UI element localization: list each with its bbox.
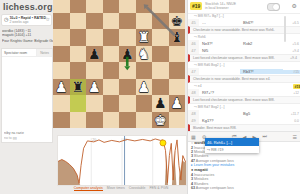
chat-notes-tab[interactable]: Notes [36, 49, 52, 56]
analysis-comment: Lost forced checkmate sequence. Best mov… [188, 54, 300, 62]
black-king-h7[interactable]: ♚ [169, 13, 186, 30]
square-a1[interactable] [53, 112, 70, 129]
tooltip-move: 46. Rxh6+ [...] [205, 138, 259, 146]
analysis-comment: Blunder. Best move was Rf8. [188, 124, 300, 131]
black-move[interactable]: Rxb2 [240, 41, 283, 46]
square-b4[interactable] [70, 62, 87, 79]
move-number: 49 [188, 117, 199, 124]
square-b6[interactable] [70, 29, 87, 46]
black-move[interactable]: Bg5 [240, 111, 283, 116]
square-b1[interactable] [70, 112, 87, 129]
square-d6[interactable] [103, 29, 120, 46]
square-c6[interactable] [86, 29, 103, 46]
players-block: wordko (1483) −11 magatti (1404) +11 Fou… [2, 29, 53, 43]
square-f5[interactable]: ♞ [136, 46, 153, 63]
move-number: 48 [188, 110, 199, 117]
move-row: 48Rf7+!?+12 [188, 89, 300, 96]
square-a7[interactable] [53, 13, 70, 30]
tooltip-eval: ↪ Rf8 #19 [205, 146, 259, 153]
move-row: 47Nf5+9.4 [188, 47, 300, 54]
black-stat: 63 Average centipawn loss [191, 186, 298, 190]
analysis-comment: Lost forced checkmate sequence. Best mov… [188, 96, 300, 104]
square-e7[interactable] [119, 13, 136, 30]
square-f7[interactable] [136, 13, 153, 30]
engine-eval-badge: #19 [190, 2, 202, 10]
eval-chip: +9.4 [290, 56, 297, 60]
square-h7[interactable]: ♚ [169, 13, 186, 30]
square-e3[interactable] [119, 79, 136, 96]
square-a3[interactable]: ♟ [53, 79, 70, 96]
square-b3[interactable]: ♜ [70, 79, 87, 96]
move-eval: #15 [283, 70, 300, 74]
square-f8[interactable] [136, 0, 153, 13]
move-number: 47 [188, 68, 199, 75]
square-g2[interactable]: ♟ [152, 95, 169, 112]
square-d4[interactable] [103, 62, 120, 79]
black-move[interactable]: Rb3?! [240, 69, 283, 74]
chat-messages: niby na razie no to gg [4, 131, 50, 140]
square-g8[interactable] [152, 0, 169, 13]
square-d3[interactable] [103, 79, 120, 96]
square-g6[interactable] [152, 29, 169, 46]
board-menu-icon[interactable]: ▦ [191, 134, 196, 140]
square-f3[interactable]: ♟ [136, 79, 153, 96]
white-rook-f6[interactable]: ♜ [136, 29, 153, 46]
move-number: 47 [188, 47, 199, 54]
black-pawn-c5[interactable]: ♟ [86, 46, 103, 63]
move-eval: +11.7 [283, 112, 300, 116]
white-knight-f5[interactable]: ♞ [136, 46, 153, 63]
white-pawn-c3[interactable]: ♟ [86, 79, 103, 96]
square-h3[interactable] [169, 79, 186, 96]
clock-icon: ◷ [4, 16, 8, 22]
black-pawn-e5[interactable]: ♟ [119, 46, 136, 63]
square-h5[interactable] [169, 46, 186, 63]
square-g7[interactable] [152, 13, 169, 30]
chat-room-tab[interactable]: Spectator room [2, 49, 36, 56]
advantage-graph[interactable]: 2040 [57, 135, 187, 186]
chess-board[interactable]: ♚♜♝♟♟♞♟♜♟♟♟♟♚ [53, 0, 185, 128]
move-eval: +9.4 [283, 49, 300, 53]
square-c1[interactable] [86, 112, 103, 129]
square-f2[interactable] [136, 95, 153, 112]
white-pawn-h2[interactable]: ♟ [169, 95, 186, 112]
square-f6[interactable]: ♜ [136, 29, 153, 46]
move-number: 45 [188, 19, 199, 26]
last-move-icon[interactable]: ⏭ [262, 133, 267, 140]
square-g4[interactable] [152, 62, 169, 79]
engine-toggle[interactable] [267, 3, 280, 11]
black-advantage-area [58, 160, 80, 185]
tab-fen-pgn[interactable]: FEN & PGN [149, 186, 168, 191]
game-info-card: ◷ 10+0 • Rapid • RATED 2 weeks ago ☆ [1, 14, 52, 26]
move-list-scrollbar[interactable] [284, 16, 286, 42]
square-h6[interactable]: ♝ [169, 29, 186, 46]
square-b8[interactable] [70, 0, 87, 13]
square-a2[interactable] [53, 95, 70, 112]
square-h4[interactable] [169, 62, 186, 79]
move-eval: 0.0 [283, 119, 300, 123]
game-date: 2 weeks ago [4, 20, 49, 24]
square-d8[interactable] [103, 0, 120, 13]
square-c5[interactable]: ♟ [86, 46, 103, 63]
move-row: 47Rb3?!#15 [188, 68, 300, 75]
square-e1[interactable] [119, 112, 136, 129]
square-c7[interactable] [86, 13, 103, 30]
square-a6[interactable] [53, 29, 70, 46]
square-a8[interactable] [53, 0, 70, 13]
hamburger-menu-icon[interactable]: ☰ [293, 134, 297, 140]
square-a4[interactable] [53, 62, 70, 79]
white-pawn-f3[interactable]: ♟ [136, 79, 153, 96]
square-g5[interactable] [152, 46, 169, 63]
square-h8[interactable] [169, 0, 186, 13]
engine-header: #19 Stockfish 14+ NNUE in local browser … [188, 0, 300, 14]
square-g3[interactable] [152, 79, 169, 96]
white-move[interactable]: … [199, 20, 240, 25]
lichess-logo[interactable]: lichess.org [3, 2, 53, 12]
move-row: 49Kg1??0.0 [188, 117, 300, 124]
analysis-comment: Checkmate is now unavoidable. Best move … [188, 75, 300, 83]
white-king-g1[interactable]: ♚ [152, 112, 169, 129]
tab-computer-analysis[interactable]: Computer analysis [74, 186, 103, 191]
square-f4[interactable] [136, 62, 153, 79]
white-move[interactable]: Kg1?? [199, 118, 240, 123]
eval-chip: #19 [293, 84, 300, 89]
square-b2[interactable] [70, 95, 87, 112]
square-g1[interactable]: ♚ [152, 112, 169, 129]
square-d5[interactable] [103, 46, 120, 63]
move-row: 48Bg5+11.7 [188, 110, 300, 117]
move-number: 48 [188, 89, 199, 96]
tab-move-times[interactable]: Move times [107, 186, 125, 191]
square-e6[interactable] [119, 29, 136, 46]
white-move[interactable]: Ne3?! [199, 41, 240, 46]
white-move[interactable]: Nf5 [199, 48, 240, 53]
white-move[interactable]: Rf7+!? [199, 90, 240, 95]
square-e4[interactable] [119, 62, 136, 79]
square-e5[interactable]: ♟ [119, 46, 136, 63]
tab-crosstable[interactable]: Crosstable [129, 186, 146, 191]
black-rook-b3[interactable]: ♜ [70, 79, 87, 96]
square-c4[interactable] [86, 62, 103, 79]
graph-tooltip: 46. Rxh6+ [...] ↪ Rf8 #19 [205, 138, 259, 153]
square-c2[interactable] [86, 95, 103, 112]
square-e8[interactable] [119, 0, 136, 13]
bookmark-star-icon[interactable]: ☆ [46, 16, 50, 22]
move-eval: +5.6 [283, 42, 300, 46]
square-b7[interactable] [70, 13, 87, 30]
black-pawn-g2[interactable]: ♟ [152, 95, 169, 112]
black-move[interactable]: Bh6?! [240, 20, 283, 25]
analysis-panel: #19 Stockfish 14+ NNUE in local browser … [187, 0, 300, 194]
hovered-move-dot[interactable] [160, 140, 166, 146]
settings-gear-icon[interactable]: ⚙ [292, 2, 297, 9]
black-player[interactable]: magatti (1404) +11 [2, 33, 53, 37]
analysis-tabs: Computer analysis Move times Crosstable … [57, 186, 185, 191]
opening-name: Four Knights Game: Belgrade Gambit [2, 39, 53, 43]
move-number: 46 [188, 40, 199, 47]
move-eval: +12 [283, 91, 300, 95]
square-h1[interactable] [169, 112, 186, 129]
square-f1[interactable] [136, 112, 153, 129]
black-bishop-h6[interactable]: ♝ [169, 29, 186, 46]
square-a5[interactable] [53, 46, 70, 63]
square-d1[interactable] [103, 112, 120, 129]
square-e2[interactable] [119, 95, 136, 112]
advantage-graph-svg: 2040 [58, 136, 186, 185]
chat-box: Spectator room Notes niby na razie no to… [1, 48, 53, 143]
toggle-knob [273, 4, 279, 10]
chat-message: no to gg [4, 136, 50, 141]
engine-name: Stockfish 14+ NNUE in local browser [205, 2, 260, 10]
square-c3[interactable]: ♟ [86, 79, 103, 96]
square-d2[interactable] [103, 95, 120, 112]
square-c8[interactable] [86, 0, 103, 13]
square-d7[interactable] [103, 13, 120, 30]
square-h2[interactable]: ♟ [169, 95, 186, 112]
white-pawn-a3[interactable]: ♟ [53, 79, 70, 96]
square-b5[interactable] [70, 46, 87, 63]
